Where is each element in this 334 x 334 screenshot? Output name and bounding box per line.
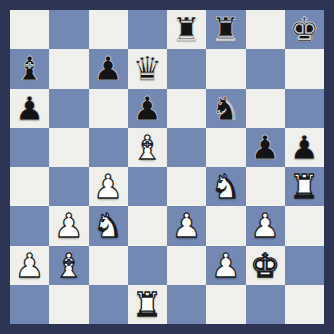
square-e6[interactable] <box>167 89 206 128</box>
square-b3[interactable]: ♟ <box>49 206 88 245</box>
black-queen-piece[interactable]: ♛ <box>133 52 163 85</box>
square-f3[interactable] <box>206 206 245 245</box>
square-c4[interactable]: ♟ <box>89 167 128 206</box>
square-b6[interactable] <box>49 89 88 128</box>
board-frame: ♜♜♚♝♟♛♟♟♞♝♟♟♟♞♜♟♞♟♟♟♝♟♚♜ <box>0 0 334 334</box>
square-g6[interactable] <box>246 89 285 128</box>
square-h4[interactable]: ♜ <box>285 167 324 206</box>
square-g4[interactable] <box>246 167 285 206</box>
square-b4[interactable] <box>49 167 88 206</box>
black-knight-piece[interactable]: ♞ <box>211 92 241 125</box>
square-a1[interactable] <box>10 285 49 324</box>
square-e7[interactable] <box>167 49 206 88</box>
square-b8[interactable] <box>49 10 88 49</box>
white-knight-piece[interactable]: ♞ <box>211 170 241 203</box>
square-d3[interactable] <box>128 206 167 245</box>
white-pawn-piece[interactable]: ♟ <box>250 209 280 242</box>
square-d8[interactable] <box>128 10 167 49</box>
square-h7[interactable] <box>285 49 324 88</box>
square-d7[interactable]: ♛ <box>128 49 167 88</box>
square-h8[interactable]: ♚ <box>285 10 324 49</box>
black-rook-piece[interactable]: ♜ <box>211 13 241 46</box>
black-pawn-piece[interactable]: ♟ <box>15 92 45 125</box>
square-a2[interactable]: ♟ <box>10 246 49 285</box>
black-rook-piece[interactable]: ♜ <box>172 13 202 46</box>
square-f6[interactable]: ♞ <box>206 89 245 128</box>
square-h6[interactable] <box>285 89 324 128</box>
square-f5[interactable] <box>206 128 245 167</box>
square-g3[interactable]: ♟ <box>246 206 285 245</box>
square-e4[interactable] <box>167 167 206 206</box>
square-f4[interactable]: ♞ <box>206 167 245 206</box>
square-a4[interactable] <box>10 167 49 206</box>
square-c5[interactable] <box>89 128 128 167</box>
white-king-piece[interactable]: ♚ <box>250 249 280 282</box>
black-pawn-piece[interactable]: ♟ <box>250 131 280 164</box>
square-f2[interactable]: ♟ <box>206 246 245 285</box>
chess-board: ♜♜♚♝♟♛♟♟♞♝♟♟♟♞♜♟♞♟♟♟♝♟♚♜ <box>10 10 324 324</box>
white-bishop-piece[interactable]: ♝ <box>133 131 163 164</box>
square-d2[interactable] <box>128 246 167 285</box>
square-d4[interactable] <box>128 167 167 206</box>
square-a3[interactable] <box>10 206 49 245</box>
square-d6[interactable]: ♟ <box>128 89 167 128</box>
white-pawn-piece[interactable]: ♟ <box>93 170 123 203</box>
square-h3[interactable] <box>285 206 324 245</box>
square-g8[interactable] <box>246 10 285 49</box>
black-pawn-piece[interactable]: ♟ <box>93 52 123 85</box>
square-f8[interactable]: ♜ <box>206 10 245 49</box>
square-e3[interactable]: ♟ <box>167 206 206 245</box>
white-bishop-piece[interactable]: ♝ <box>54 249 84 282</box>
square-a8[interactable] <box>10 10 49 49</box>
black-pawn-piece[interactable]: ♟ <box>290 131 320 164</box>
square-f7[interactable] <box>206 49 245 88</box>
square-h1[interactable] <box>285 285 324 324</box>
square-f1[interactable] <box>206 285 245 324</box>
white-pawn-piece[interactable]: ♟ <box>172 209 202 242</box>
square-c7[interactable]: ♟ <box>89 49 128 88</box>
black-bishop-piece[interactable]: ♝ <box>15 52 45 85</box>
square-d5[interactable]: ♝ <box>128 128 167 167</box>
square-b5[interactable] <box>49 128 88 167</box>
square-a6[interactable]: ♟ <box>10 89 49 128</box>
square-h2[interactable] <box>285 246 324 285</box>
square-c3[interactable]: ♞ <box>89 206 128 245</box>
square-e2[interactable] <box>167 246 206 285</box>
square-e1[interactable] <box>167 285 206 324</box>
square-g7[interactable] <box>246 49 285 88</box>
square-b2[interactable]: ♝ <box>49 246 88 285</box>
square-c1[interactable] <box>89 285 128 324</box>
square-h5[interactable]: ♟ <box>285 128 324 167</box>
square-b1[interactable] <box>49 285 88 324</box>
black-king-piece[interactable]: ♚ <box>290 13 320 46</box>
white-pawn-piece[interactable]: ♟ <box>15 249 45 282</box>
square-d1[interactable]: ♜ <box>128 285 167 324</box>
square-e5[interactable] <box>167 128 206 167</box>
white-rook-piece[interactable]: ♜ <box>290 170 320 203</box>
white-pawn-piece[interactable]: ♟ <box>211 249 241 282</box>
black-pawn-piece[interactable]: ♟ <box>133 92 163 125</box>
white-knight-piece[interactable]: ♞ <box>93 209 123 242</box>
square-c8[interactable] <box>89 10 128 49</box>
white-rook-piece[interactable]: ♜ <box>133 288 163 321</box>
square-g1[interactable] <box>246 285 285 324</box>
square-c2[interactable] <box>89 246 128 285</box>
square-b7[interactable] <box>49 49 88 88</box>
square-c6[interactable] <box>89 89 128 128</box>
white-pawn-piece[interactable]: ♟ <box>54 209 84 242</box>
square-e8[interactable]: ♜ <box>167 10 206 49</box>
square-a5[interactable] <box>10 128 49 167</box>
square-a7[interactable]: ♝ <box>10 49 49 88</box>
square-g5[interactable]: ♟ <box>246 128 285 167</box>
square-g2[interactable]: ♚ <box>246 246 285 285</box>
